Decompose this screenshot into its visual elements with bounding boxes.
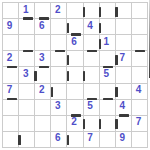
- cell-r3c4[interactable]: [51, 35, 66, 50]
- cell-r3c1[interactable]: [3, 35, 18, 50]
- consecutive-marker-r3c9-below: [135, 50, 145, 53]
- cell-r9c6[interactable]: 7: [84, 132, 99, 147]
- cell-r8c5[interactable]: 2: [67, 116, 82, 131]
- cell-r9c3[interactable]: [35, 132, 50, 147]
- cell-r6c3[interactable]: 2: [35, 84, 50, 99]
- cell-r2c7[interactable]: [100, 19, 115, 34]
- cell-r9c1[interactable]: [3, 132, 18, 147]
- cell-r1c4[interactable]: 2: [51, 3, 66, 18]
- cell-r2c4[interactable]: [51, 19, 66, 34]
- consecutive-marker-r8c7-right: [115, 119, 118, 129]
- cell-r9c5[interactable]: [67, 132, 82, 147]
- consecutive-marker-r8c5-right: [83, 119, 86, 129]
- cell-r5c5[interactable]: [67, 67, 82, 82]
- cell-r3c2[interactable]: [19, 35, 34, 50]
- cell-r4c3[interactable]: 3: [35, 51, 50, 66]
- cell-r6c1[interactable]: 7: [3, 84, 18, 99]
- consecutive-marker-r3c4-below: [55, 50, 65, 53]
- cell-r6c2[interactable]: [19, 84, 34, 99]
- cell-r4c6[interactable]: [84, 51, 99, 66]
- cell-r2c8[interactable]: [116, 19, 131, 34]
- cell-r2c3[interactable]: 6: [35, 19, 50, 34]
- consecutive-marker-r2c4-right: [67, 23, 70, 33]
- cell-r1c3[interactable]: [35, 3, 50, 18]
- consecutive-marker-r4c4-right: [67, 55, 70, 65]
- cell-r4c5[interactable]: [67, 51, 82, 66]
- cell-r5c8[interactable]: [116, 67, 131, 82]
- cell-r1c5[interactable]: [67, 3, 82, 18]
- cell-r8c6[interactable]: [84, 116, 99, 131]
- cell-r2c9[interactable]: [132, 19, 147, 34]
- cell-r4c2[interactable]: [19, 51, 34, 66]
- cell-r7c2[interactable]: [19, 100, 34, 115]
- consecutive-marker-r9c1-right: [18, 135, 21, 145]
- cell-r9c9[interactable]: [132, 132, 147, 147]
- consecutive-marker-r6c3-right: [51, 87, 54, 97]
- sudoku-board: 12964612373572435427679: [2, 2, 148, 148]
- cell-r7c9[interactable]: [132, 100, 147, 115]
- consecutive-marker-r3c2-below: [23, 50, 33, 53]
- cell-r1c2[interactable]: 1: [19, 3, 34, 18]
- cell-r8c3[interactable]: [35, 116, 50, 131]
- consecutive-marker-r9c4-right: [67, 135, 70, 145]
- consecutive-marker-r5c2-right: [34, 71, 37, 81]
- cell-r1c1[interactable]: [3, 3, 18, 18]
- cell-r7c5[interactable]: [67, 100, 82, 115]
- cell-r3c6[interactable]: [84, 35, 99, 50]
- cell-r5c9[interactable]: [132, 67, 147, 82]
- cell-r8c9[interactable]: 7: [132, 116, 147, 131]
- cell-r1c9[interactable]: [132, 3, 147, 18]
- consecutive-marker-r5c4-right: [67, 71, 70, 81]
- consecutive-marker-r1c7-right: [115, 7, 118, 17]
- consecutive-marker-r1c2-below: [23, 17, 33, 20]
- cell-r6c9[interactable]: 4: [132, 84, 147, 99]
- cell-r6c7[interactable]: [100, 84, 115, 99]
- consecutive-marker-r2c5-below: [71, 33, 81, 36]
- cell-r1c7[interactable]: [100, 3, 115, 18]
- cell-r6c6[interactable]: [84, 84, 99, 99]
- cell-r7c3[interactable]: [35, 100, 50, 115]
- cell-r7c7[interactable]: [100, 100, 115, 115]
- cell-r9c7[interactable]: [100, 132, 115, 147]
- cell-r9c4[interactable]: 6: [51, 132, 66, 147]
- consecutive-marker-r1c5-right: [83, 7, 86, 17]
- cell-r7c4[interactable]: 3: [51, 100, 66, 115]
- consecutive-marker-r3c6-below: [87, 50, 97, 53]
- cell-r8c1[interactable]: [3, 116, 18, 131]
- cell-r3c7[interactable]: 1: [100, 35, 115, 50]
- consecutive-marker-r4c1-below: [7, 66, 17, 69]
- cell-r1c8[interactable]: [116, 3, 131, 18]
- cell-r8c8[interactable]: [116, 116, 131, 131]
- cell-r7c6[interactable]: 5: [84, 100, 99, 115]
- cell-r8c7[interactable]: [100, 116, 115, 131]
- cell-r5c7[interactable]: 5: [100, 67, 115, 82]
- cell-r7c8[interactable]: 4: [116, 100, 131, 115]
- consecutive-marker-r7c8-below: [119, 114, 129, 117]
- consecutive-marker-r1c3-below: [39, 17, 49, 20]
- cell-r9c8[interactable]: 9: [116, 132, 131, 147]
- cell-r5c6[interactable]: [84, 67, 99, 82]
- cell-r9c2[interactable]: [19, 132, 34, 147]
- consecutive-marker-r4c3-below: [39, 66, 49, 69]
- cell-r7c1[interactable]: [3, 100, 18, 115]
- cell-r2c6[interactable]: 4: [84, 19, 99, 34]
- cell-r5c3[interactable]: [35, 67, 50, 82]
- cell-r6c4[interactable]: [51, 84, 66, 99]
- cell-r4c4[interactable]: [51, 51, 66, 66]
- cell-r3c9[interactable]: [132, 35, 147, 50]
- cell-r6c5[interactable]: [67, 84, 82, 99]
- consecutive-marker-r4c7-right: [115, 55, 118, 65]
- consecutive-marker-r4c7-below: [103, 66, 113, 69]
- cell-r8c4[interactable]: [51, 116, 66, 131]
- cell-r6c8[interactable]: [116, 84, 131, 99]
- cell-r4c9[interactable]: [132, 51, 147, 66]
- cell-r4c1[interactable]: 2: [3, 51, 18, 66]
- screen-edge-artifact: [149, 0, 150, 78]
- cell-r5c4[interactable]: [51, 67, 66, 82]
- cell-r5c2[interactable]: 3: [19, 67, 34, 82]
- consecutive-marker-r6c7-right: [115, 87, 118, 97]
- cell-r3c5[interactable]: 6: [67, 35, 82, 50]
- cell-r2c2[interactable]: [19, 19, 34, 34]
- cell-r4c7[interactable]: [100, 51, 115, 66]
- cell-r8c2[interactable]: [19, 116, 34, 131]
- cell-r2c5[interactable]: [67, 19, 82, 34]
- cell-r5c1[interactable]: [3, 67, 18, 82]
- cell-r3c3[interactable]: [35, 35, 50, 50]
- cell-r3c8[interactable]: [116, 35, 131, 50]
- cell-r1c6[interactable]: [84, 3, 99, 18]
- consecutive-marker-r7c5-below: [71, 114, 81, 117]
- consecutive-marker-r5c5-right: [83, 71, 86, 81]
- cell-r4c8[interactable]: 7: [116, 51, 131, 66]
- cell-r2c1[interactable]: 9: [3, 19, 18, 34]
